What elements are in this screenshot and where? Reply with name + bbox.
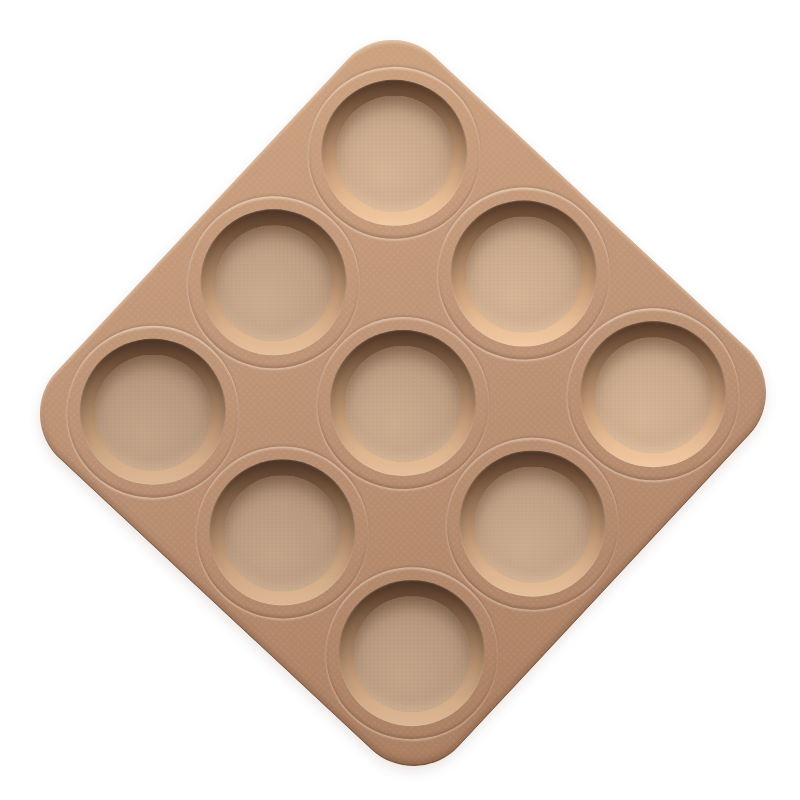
muffin-cup-floor (354, 596, 470, 712)
muffin-cup-floor (474, 467, 590, 583)
muffin-cup-cavity (339, 580, 485, 726)
muffin-cup-floor (466, 217, 582, 333)
muffin-cup-floor (224, 475, 340, 591)
muffin-cup-cavity (80, 339, 226, 485)
muffin-cup-floor (95, 355, 211, 471)
photo-background (0, 0, 800, 800)
muffin-pan (14, 14, 791, 791)
muffin-cup-cavity (201, 209, 347, 355)
muffin-cup-floor (336, 96, 452, 212)
muffin-cup-floor (595, 337, 711, 453)
muffin-cup-cavity (580, 321, 726, 467)
muffin-cup-cavity (321, 80, 467, 226)
muffin-cup-cavity (330, 330, 476, 476)
muffin-cup-cavity (209, 459, 355, 605)
muffin-cup-cavity (451, 201, 597, 347)
muffin-cup-cavity (459, 451, 605, 597)
cup-grid (14, 14, 791, 791)
muffin-cup-floor (216, 225, 332, 341)
muffin-cup-floor (345, 346, 461, 462)
